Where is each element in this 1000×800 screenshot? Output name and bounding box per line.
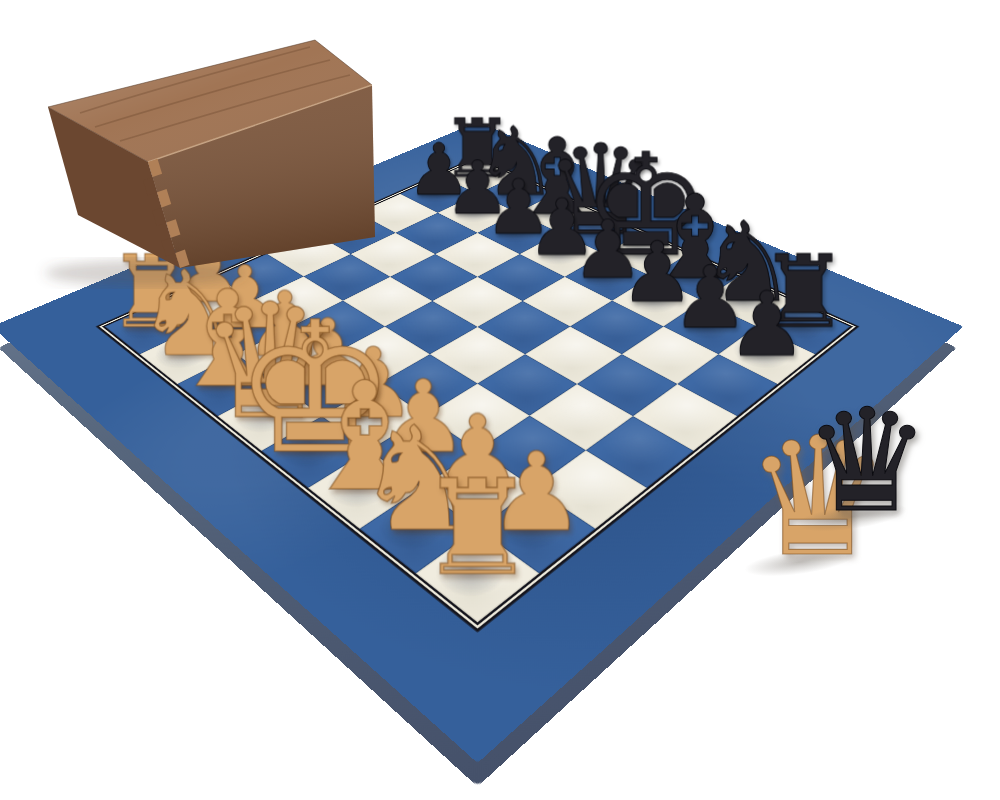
spare-black-queen[interactable]: ♛ (803, 390, 930, 532)
table-background: ♜♞♝♛♚♝♞♜♟♟♟♟♟♟♟♟♟♟♟♟♟♟♟♟♜♞♝♛♚♝♞♜ (0, 0, 1000, 800)
off-board-pieces: ♛♛ (0, 0, 1000, 800)
